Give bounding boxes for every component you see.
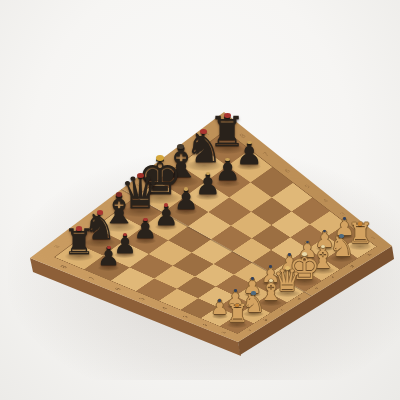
- rank-label-3: 3: [183, 315, 190, 318]
- piece-accent-cap: [116, 192, 123, 197]
- rank-label-1: 1: [221, 331, 227, 334]
- rank-label-far-6: 6: [284, 168, 292, 174]
- rank-label-8: 8: [60, 265, 69, 270]
- rank-label-2: 2: [202, 323, 209, 326]
- piece-accent-cap: [156, 155, 164, 161]
- file-label-b: b: [263, 318, 269, 321]
- piece-accent-cap: [302, 252, 308, 256]
- piece-accent-cap: [97, 210, 103, 214]
- piece-accent-cap: [224, 113, 231, 118]
- piece-accent-cap: [234, 289, 237, 291]
- piece-accent-cap: [107, 246, 111, 249]
- rank-label-4: 4: [161, 307, 168, 311]
- piece-accent-cap: [218, 299, 221, 301]
- file-label-a: a: [246, 329, 252, 332]
- piece-accent-cap: [123, 233, 127, 236]
- piece-black-pawn-a7[interactable]: ♟: [96, 244, 122, 270]
- piece-accent-cap: [358, 222, 362, 225]
- piece-accent-cap: [251, 277, 254, 279]
- piece-accent-cap: [247, 141, 252, 145]
- piece-accent-cap: [235, 304, 239, 307]
- file-label-c: c: [279, 308, 285, 311]
- file-label-e: e: [314, 287, 320, 290]
- piece-white-rook-a1[interactable]: ♜: [225, 302, 250, 327]
- board-photo-stage: aabbccddeeffgghh1122334455667788 ♜♞♝♛♚♝♞…: [0, 0, 400, 400]
- piece-accent-cap: [184, 187, 189, 190]
- piece-accent-cap: [343, 217, 347, 220]
- piece-accent-cap: [143, 218, 147, 221]
- file-label-far-a: a: [52, 244, 62, 249]
- rank-label-7: 7: [88, 276, 97, 280]
- file-label-g: g: [349, 264, 355, 268]
- rank-label-6: 6: [114, 287, 122, 291]
- piece-accent-cap: [285, 266, 290, 270]
- piece-accent-cap: [164, 203, 168, 206]
- rank-label-5: 5: [139, 297, 147, 301]
- piece-black-rook-a8[interactable]: ♜: [62, 224, 97, 259]
- rank-label-far-5: 5: [304, 184, 311, 189]
- piece-accent-cap: [76, 226, 82, 230]
- piece-accent-cap: [339, 234, 344, 237]
- rank-label-far-4: 4: [322, 198, 329, 203]
- file-label-d: d: [296, 297, 302, 300]
- file-label-f: f: [331, 276, 336, 279]
- piece-accent-cap: [251, 291, 255, 294]
- file-label-h: h: [367, 253, 373, 257]
